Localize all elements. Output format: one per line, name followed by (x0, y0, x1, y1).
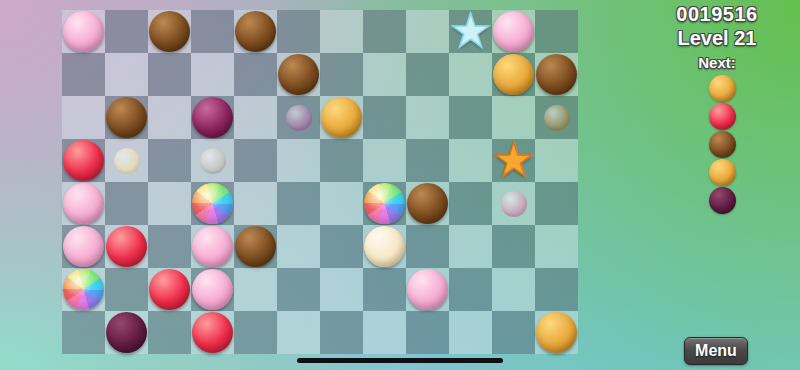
board-cell[interactable] (492, 10, 535, 53)
pinwheel-ball[interactable] (192, 183, 233, 224)
brown-ball[interactable] (235, 11, 276, 52)
board-cell[interactable] (320, 311, 363, 354)
board-cell[interactable] (62, 268, 105, 311)
board-cell[interactable] (105, 268, 148, 311)
cream-ball[interactable] (364, 226, 405, 267)
pink-ball[interactable] (493, 11, 534, 52)
next-maroon-ball (709, 187, 736, 214)
star-orange-icon[interactable]: ★ (492, 139, 535, 182)
board-cell[interactable] (449, 268, 492, 311)
board-cell[interactable] (234, 182, 277, 225)
next-red-ball (709, 103, 736, 130)
brown-ball[interactable] (149, 11, 190, 52)
game-screen: ★★ 0019516 Level 21 Next: Menu (0, 0, 800, 370)
board-cell[interactable] (363, 182, 406, 225)
board-cell[interactable] (62, 10, 105, 53)
board-cell[interactable] (406, 96, 449, 139)
board-cell[interactable] (535, 225, 578, 268)
next-queue (653, 75, 791, 214)
board-cell[interactable] (105, 139, 148, 182)
board-cell[interactable] (320, 139, 363, 182)
board-cell[interactable] (535, 268, 578, 311)
board-cell[interactable] (105, 10, 148, 53)
board-cell[interactable] (535, 10, 578, 53)
board-cell[interactable]: ★ (492, 139, 535, 182)
board-cell[interactable] (320, 96, 363, 139)
board-cell[interactable] (449, 311, 492, 354)
next-gold-ball (709, 75, 736, 102)
board-cell[interactable] (363, 96, 406, 139)
red-ball[interactable] (192, 312, 233, 353)
gold-ball[interactable] (536, 312, 577, 353)
board-cell[interactable] (363, 139, 406, 182)
board-cell[interactable] (406, 311, 449, 354)
board-cell[interactable] (62, 311, 105, 354)
board-cell[interactable] (535, 139, 578, 182)
board-cell[interactable] (191, 311, 234, 354)
board-cell[interactable] (191, 10, 234, 53)
red-ball[interactable] (63, 140, 104, 181)
board-cell[interactable] (148, 53, 191, 96)
board-cell[interactable] (105, 96, 148, 139)
magenta-ball[interactable] (192, 97, 233, 138)
board-cell[interactable] (148, 139, 191, 182)
board-cell[interactable] (234, 53, 277, 96)
next-gold-ball (709, 159, 736, 186)
board-cell[interactable] (277, 96, 320, 139)
board-cell[interactable] (449, 182, 492, 225)
board-cell[interactable] (105, 53, 148, 96)
board-cell[interactable] (492, 268, 535, 311)
board-cell[interactable] (492, 225, 535, 268)
board-cell[interactable] (148, 225, 191, 268)
brown-ball[interactable] (407, 183, 448, 224)
board-cell[interactable] (105, 225, 148, 268)
pv-olive-preview-ball (544, 105, 570, 131)
board-cell[interactable] (363, 268, 406, 311)
menu-button[interactable]: Menu (684, 337, 748, 365)
score-display: 0019516 (648, 3, 786, 25)
board-cell[interactable] (62, 96, 105, 139)
board-cell[interactable] (320, 268, 363, 311)
board-cell[interactable] (191, 53, 234, 96)
board-cell[interactable] (105, 311, 148, 354)
board-cell[interactable] (234, 96, 277, 139)
board-cell[interactable] (191, 182, 234, 225)
pink-ball[interactable] (63, 226, 104, 267)
board-cell[interactable] (191, 268, 234, 311)
board-cell[interactable] (406, 268, 449, 311)
board-cell[interactable] (148, 311, 191, 354)
gold-ball[interactable] (493, 54, 534, 95)
brown-ball[interactable] (278, 54, 319, 95)
board-cell[interactable] (277, 182, 320, 225)
brown-ball[interactable] (235, 226, 276, 267)
board-cell[interactable] (62, 53, 105, 96)
board-cell[interactable] (406, 53, 449, 96)
board-cell[interactable] (406, 225, 449, 268)
board-cell[interactable] (191, 139, 234, 182)
board-cell[interactable] (277, 311, 320, 354)
brown-ball[interactable] (106, 97, 147, 138)
board-cell[interactable] (62, 225, 105, 268)
board-cell[interactable] (449, 139, 492, 182)
pinwheel-ball[interactable] (63, 269, 104, 310)
pv-beige-preview-ball (114, 148, 140, 174)
pv-purple-preview-ball (286, 105, 312, 131)
board-cell[interactable]: ★ (449, 10, 492, 53)
board-cell[interactable] (320, 225, 363, 268)
red-ball[interactable] (149, 269, 190, 310)
board-cell[interactable] (234, 311, 277, 354)
pv-mauve-preview-ball (501, 191, 527, 217)
board-cell[interactable] (148, 182, 191, 225)
board-cell[interactable] (406, 182, 449, 225)
board-cell[interactable] (363, 53, 406, 96)
pinwheel-ball[interactable] (364, 183, 405, 224)
red-ball[interactable] (106, 226, 147, 267)
board-cell[interactable] (277, 139, 320, 182)
board-underline (297, 358, 503, 363)
board-cell[interactable] (535, 311, 578, 354)
pink-ball[interactable] (192, 269, 233, 310)
pink-ball[interactable] (407, 269, 448, 310)
board-cell[interactable] (234, 10, 277, 53)
board-cell[interactable] (62, 139, 105, 182)
pink-ball[interactable] (63, 183, 104, 224)
hud-panel: 0019516 Level 21 Next: (648, 3, 786, 214)
board-cell[interactable] (320, 53, 363, 96)
board-cell[interactable] (191, 96, 234, 139)
board-cell[interactable] (449, 53, 492, 96)
board-cell[interactable] (148, 96, 191, 139)
board-cell[interactable] (535, 182, 578, 225)
board-cell[interactable] (277, 268, 320, 311)
board-cell[interactable] (148, 268, 191, 311)
gold-ball[interactable] (321, 97, 362, 138)
board-cell[interactable] (535, 53, 578, 96)
board-cell[interactable] (535, 96, 578, 139)
board-cell[interactable] (234, 225, 277, 268)
board-cell[interactable] (277, 10, 320, 53)
board-cell[interactable] (62, 182, 105, 225)
board-cell[interactable] (492, 53, 535, 96)
next-label: Next: (648, 54, 786, 71)
board-cell[interactable] (363, 10, 406, 53)
board-cell[interactable] (449, 225, 492, 268)
board-cell[interactable] (363, 225, 406, 268)
board-cell[interactable] (277, 225, 320, 268)
board-cell[interactable] (320, 182, 363, 225)
game-board: ★★ (62, 10, 578, 354)
brown-ball[interactable] (536, 54, 577, 95)
pink-ball[interactable] (63, 11, 104, 52)
board-cell[interactable] (492, 182, 535, 225)
board-cell[interactable] (363, 311, 406, 354)
board-cell[interactable] (105, 182, 148, 225)
next-brown-ball (709, 131, 736, 158)
board-cell[interactable] (277, 53, 320, 96)
pink-ball[interactable] (192, 226, 233, 267)
board-cell[interactable] (148, 10, 191, 53)
board-cell[interactable] (449, 96, 492, 139)
board-cell[interactable] (406, 139, 449, 182)
level-display: Level 21 (648, 27, 786, 49)
maroon-ball[interactable] (106, 312, 147, 353)
board-cell[interactable] (234, 268, 277, 311)
board-cell[interactable] (406, 10, 449, 53)
board-cell[interactable] (191, 225, 234, 268)
board-cell[interactable] (234, 139, 277, 182)
board-cell[interactable] (320, 10, 363, 53)
star-cyan-icon[interactable]: ★ (449, 10, 492, 53)
board-cell[interactable] (492, 311, 535, 354)
pv-gray-preview-ball (200, 148, 226, 174)
